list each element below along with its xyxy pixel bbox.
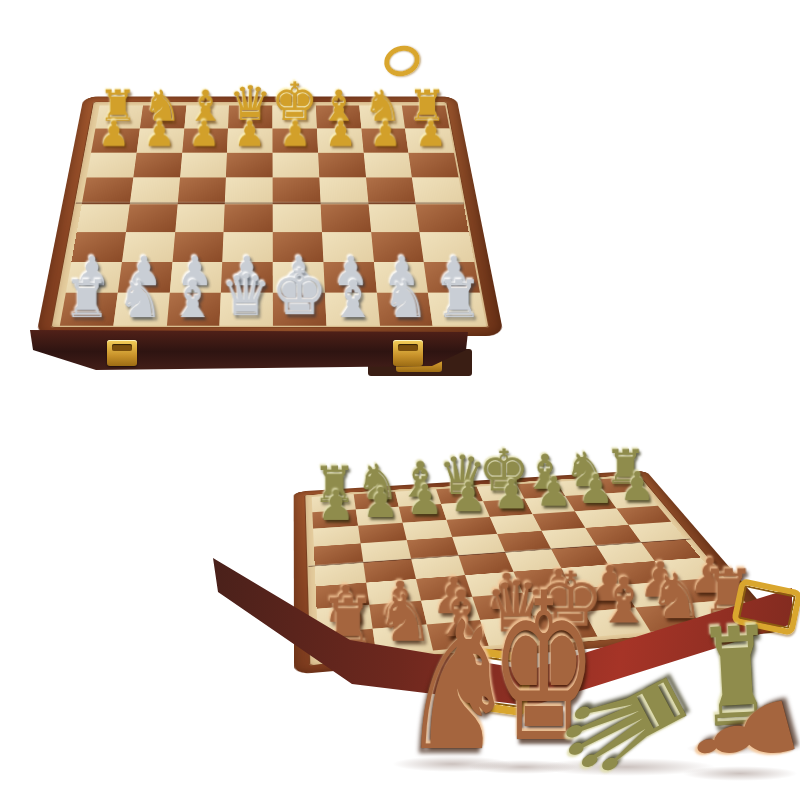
- piece-gold-knight-b8: ♞: [143, 85, 181, 128]
- board-frame: ♜♞♝♛♚♝♞♜♟♟♟♟♟♟♟♟♟♟♟♟♟♟♟♟♜♞♝♛♚♝♞♜: [36, 97, 504, 336]
- square-f4: [551, 545, 608, 568]
- clasp-slot: [112, 344, 132, 351]
- piece-gold-king-e8: ♚: [271, 75, 318, 128]
- square-b7: ♟: [136, 128, 183, 152]
- square-h2: ♟: [424, 262, 480, 293]
- piece-brass-bishop-f8: ♝: [523, 449, 566, 497]
- square-d6: [226, 152, 273, 177]
- square-c1: ♝: [166, 293, 221, 326]
- square-f1: ♝: [325, 293, 380, 326]
- piece-shadow: [686, 742, 770, 755]
- square-a3: [71, 232, 125, 262]
- square-f6: [318, 152, 366, 177]
- square-h7: ♟: [405, 128, 454, 152]
- square-e1: ♚: [273, 293, 326, 326]
- piece-silver-pawn-a2: ♟: [74, 251, 110, 291]
- clasp-icon-right: [393, 340, 423, 366]
- square-a2: ♟: [66, 262, 122, 293]
- square-d4: [224, 204, 273, 232]
- square-h8: ♜: [402, 106, 449, 129]
- piece-silver-queen-d1: ♛: [221, 267, 272, 324]
- square-f8: ♝: [316, 106, 361, 129]
- piece-gold-bishop-c8: ♝: [187, 85, 225, 128]
- square-c8: ♝: [184, 106, 229, 129]
- square-b8: ♞: [140, 106, 186, 129]
- square-f3: [322, 232, 374, 262]
- board-border: ♜♞♝♛♚♝♞♜♟♟♟♟♟♟♟♟♟♟♟♟♟♟♟♟♜♞♝♛♚♝♞♜: [51, 102, 490, 328]
- piece-silver-pawn-h2: ♟: [436, 251, 472, 291]
- piece-brass-rook-h8: ♜: [604, 444, 646, 491]
- piece-gold-rook-a8: ♜: [99, 85, 137, 128]
- square-d8: ♛: [228, 106, 272, 129]
- piece-silver-pawn-b2: ♟: [125, 251, 161, 291]
- square-f2: ♟: [323, 262, 376, 293]
- square-c3: [172, 232, 224, 262]
- square-h3: [420, 232, 474, 262]
- piece-gold-bishop-f8: ♝: [320, 85, 358, 128]
- chessboard-grid-1: ♜♞♝♛♚♝♞♜♟♟♟♟♟♟♟♟♟♟♟♟♟♟♟♟♜♞♝♛♚♝♞♜: [60, 106, 486, 326]
- square-g7: ♟: [361, 128, 409, 152]
- piece-silver-pawn-e2: ♟: [281, 251, 317, 291]
- square-h4: [416, 204, 469, 232]
- piece-silver-pawn-c2: ♟: [177, 251, 213, 291]
- square-b3: [122, 232, 175, 262]
- square-b7: ♟: [356, 507, 403, 526]
- piece-silver-pawn-d2: ♟: [229, 251, 265, 291]
- square-b2: ♟: [118, 262, 173, 293]
- square-d1: ♛: [220, 293, 273, 326]
- square-c5: [177, 178, 226, 205]
- square-f4: [320, 204, 370, 232]
- product-photo-scene: ♜♞♝♛♚♝♞♜♟♟♟♟♟♟♟♟♟♟♟♟♟♟♟♟♜♞♝♛♚♝♞♜ ♜♞♝♛♚♝♞…: [0, 0, 800, 800]
- latch-ring-icon: [380, 41, 424, 81]
- clasp-icon-left: [107, 340, 137, 366]
- square-g3: [371, 232, 424, 262]
- piece-silver-pawn-g2: ♟: [384, 251, 420, 291]
- square-a5: [314, 543, 363, 565]
- square-b5: [130, 178, 180, 205]
- square-d6: [446, 517, 497, 537]
- square-a5: [82, 178, 133, 205]
- square-b5: [361, 540, 412, 562]
- square-c4: [175, 204, 225, 232]
- piece-brass-bishop-c8: ♝: [398, 456, 442, 505]
- square-a3: [316, 583, 370, 609]
- square-e8: ♚: [272, 106, 316, 129]
- piece-brass-knight-b8: ♞: [355, 458, 399, 507]
- piece-gold-rook-h8: ♜: [408, 85, 446, 128]
- square-g4: [368, 204, 420, 232]
- square-a1: ♜: [60, 293, 118, 326]
- square-b8: ♞: [354, 492, 399, 510]
- square-h5: [412, 178, 463, 205]
- square-c6: [180, 152, 228, 177]
- square-d2: ♟: [221, 262, 273, 293]
- square-g6: [363, 152, 412, 177]
- square-b1: ♞: [113, 293, 169, 326]
- clasp-slot: [398, 344, 418, 351]
- piece-brass-rook-a8: ♜: [312, 461, 356, 510]
- square-c1: ♝: [427, 620, 489, 650]
- square-b4: [126, 204, 177, 232]
- square-e5: [273, 178, 321, 205]
- square-g8: ♞: [359, 106, 405, 129]
- square-h6: [409, 152, 459, 177]
- piece-shadow: [682, 766, 798, 781]
- square-h3: [655, 558, 717, 582]
- square-d7: ♟: [227, 128, 272, 152]
- square-f7: ♟: [317, 128, 364, 152]
- piece-gold-knight-g8: ♞: [364, 85, 402, 128]
- square-a8: ♜: [95, 106, 142, 129]
- piece-silver-pawn-f2: ♟: [332, 251, 368, 291]
- square-c6: [403, 520, 453, 540]
- square-c7: ♟: [182, 128, 228, 152]
- square-e3: [273, 232, 323, 262]
- square-e2: ♟: [273, 262, 325, 293]
- board-gold-silver: ♜♞♝♛♚♝♞♜♟♟♟♟♟♟♟♟♟♟♟♟♟♟♟♟♜♞♝♛♚♝♞♜: [36, 97, 504, 336]
- square-c3: [416, 575, 472, 601]
- square-e6: [273, 152, 320, 177]
- square-h5: [628, 522, 685, 542]
- square-a7: ♟: [91, 128, 140, 152]
- square-g2: ♟: [374, 262, 429, 293]
- square-a6: [87, 152, 137, 177]
- square-h1: ♜: [428, 293, 486, 326]
- square-g5: [366, 178, 416, 205]
- piece-gold-queen-d8: ♛: [229, 80, 272, 128]
- square-d3: [222, 232, 272, 262]
- square-e4: [273, 204, 322, 232]
- piece-brass-queen-d8: ♛: [438, 448, 486, 502]
- buckle-icon-center: [454, 645, 534, 716]
- square-b6: [133, 152, 182, 177]
- square-d3: [465, 572, 523, 597]
- square-a4: [77, 204, 130, 232]
- square-e7: ♟: [272, 128, 317, 152]
- square-d5: [225, 178, 273, 205]
- square-c2: ♟: [169, 262, 222, 293]
- square-g1: ♞: [376, 293, 432, 326]
- square-f5: [319, 178, 368, 205]
